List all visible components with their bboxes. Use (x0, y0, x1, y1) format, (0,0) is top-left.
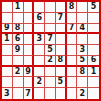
cell-r9c1-given[interactable]: 3 (2, 88, 13, 99)
cell-r1c8-empty[interactable] (77, 2, 88, 13)
cell-r2c3-empty[interactable] (24, 13, 35, 24)
cell-r6c8-given[interactable]: 5 (77, 56, 88, 67)
cell-r8c2-empty[interactable] (13, 77, 24, 88)
cell-r3c1-given[interactable]: 9 (2, 24, 13, 35)
cell-r3c6-empty[interactable] (56, 24, 67, 35)
cell-r2c4-given[interactable]: 6 (34, 13, 45, 24)
cell-r9c2-empty[interactable] (13, 88, 24, 99)
cell-r9c7-empty[interactable] (67, 88, 78, 99)
cell-r1c2-given[interactable]: 1 (13, 2, 24, 13)
cell-r1c9-given[interactable]: 5 (88, 2, 99, 13)
cell-r8c7-empty[interactable] (67, 77, 78, 88)
cell-r1c7-given[interactable]: 8 (67, 2, 78, 13)
cell-r2c5-empty[interactable] (45, 13, 56, 24)
cell-r1c3-empty[interactable] (24, 2, 35, 13)
cell-r4c4-given[interactable]: 3 (34, 34, 45, 45)
cell-r6c3-empty[interactable] (24, 56, 35, 67)
cell-r9c4-empty[interactable] (34, 88, 45, 99)
sudoku-board: 18567987416379532856298125372 (0, 0, 101, 101)
cell-r5c4-empty[interactable] (34, 45, 45, 56)
cell-r1c4-empty[interactable] (34, 2, 45, 13)
cell-r7c6-empty[interactable] (56, 67, 67, 78)
cell-r3c9-empty[interactable] (88, 24, 99, 35)
cell-r6c4-empty[interactable] (34, 56, 45, 67)
cell-r5c3-empty[interactable] (24, 45, 35, 56)
cell-r2c2-empty[interactable] (13, 13, 24, 24)
cell-r8c9-empty[interactable] (88, 77, 99, 88)
cell-r7c3-given[interactable]: 9 (24, 67, 35, 78)
cell-r6c5-given[interactable]: 2 (45, 56, 56, 67)
cell-r4c8-empty[interactable] (77, 34, 88, 45)
cell-r8c1-empty[interactable] (2, 77, 13, 88)
cell-r7c8-given[interactable]: 8 (77, 67, 88, 78)
cell-r2c7-empty[interactable] (67, 13, 78, 24)
cell-r4c7-empty[interactable] (67, 34, 78, 45)
cell-r7c1-empty[interactable] (2, 67, 13, 78)
cell-r2c1-empty[interactable] (2, 13, 13, 24)
cell-r5c9-empty[interactable] (88, 45, 99, 56)
cell-r8c4-given[interactable]: 2 (34, 77, 45, 88)
cell-r8c3-empty[interactable] (24, 77, 35, 88)
cell-r8c8-empty[interactable] (77, 77, 88, 88)
cell-r5c5-given[interactable]: 5 (45, 45, 56, 56)
cell-r5c1-empty[interactable] (2, 45, 13, 56)
cell-r5c2-given[interactable]: 9 (13, 45, 24, 56)
cell-r3c8-given[interactable]: 4 (77, 24, 88, 35)
cell-r6c9-given[interactable]: 6 (88, 56, 99, 67)
cell-r2c9-empty[interactable] (88, 13, 99, 24)
cell-r4c1-given[interactable]: 1 (2, 34, 13, 45)
cell-r7c9-given[interactable]: 1 (88, 67, 99, 78)
cell-r5c8-given[interactable]: 3 (77, 45, 88, 56)
cell-r3c3-empty[interactable] (24, 24, 35, 35)
cell-r4c3-empty[interactable] (24, 34, 35, 45)
cell-r7c2-given[interactable]: 2 (13, 67, 24, 78)
cell-r9c3-given[interactable]: 7 (24, 88, 35, 99)
cell-r7c5-empty[interactable] (45, 67, 56, 78)
cell-r5c7-empty[interactable] (67, 45, 78, 56)
cell-r1c1-empty[interactable] (2, 2, 13, 13)
cell-r7c4-empty[interactable] (34, 67, 45, 78)
cell-r3c2-given[interactable]: 8 (13, 24, 24, 35)
cell-r9c8-given[interactable]: 2 (77, 88, 88, 99)
cell-r3c7-given[interactable]: 7 (67, 24, 78, 35)
cell-r1c6-empty[interactable] (56, 2, 67, 13)
cell-r6c6-given[interactable]: 8 (56, 56, 67, 67)
cell-r4c5-given[interactable]: 7 (45, 34, 56, 45)
cell-r8c5-empty[interactable] (45, 77, 56, 88)
cell-r5c6-empty[interactable] (56, 45, 67, 56)
cell-r9c6-empty[interactable] (56, 88, 67, 99)
cell-r4c6-empty[interactable] (56, 34, 67, 45)
cell-r4c2-given[interactable]: 6 (13, 34, 24, 45)
cell-r6c1-empty[interactable] (2, 56, 13, 67)
cell-r4c9-empty[interactable] (88, 34, 99, 45)
cell-r6c7-empty[interactable] (67, 56, 78, 67)
cell-r8c6-given[interactable]: 5 (56, 77, 67, 88)
cell-r1c5-empty[interactable] (45, 2, 56, 13)
cell-r3c5-empty[interactable] (45, 24, 56, 35)
cell-r9c9-empty[interactable] (88, 88, 99, 99)
cell-r2c6-given[interactable]: 7 (56, 13, 67, 24)
cell-r6c2-empty[interactable] (13, 56, 24, 67)
cell-r3c4-empty[interactable] (34, 24, 45, 35)
cell-r2c8-empty[interactable] (77, 13, 88, 24)
cell-r7c7-empty[interactable] (67, 67, 78, 78)
cell-r9c5-empty[interactable] (45, 88, 56, 99)
